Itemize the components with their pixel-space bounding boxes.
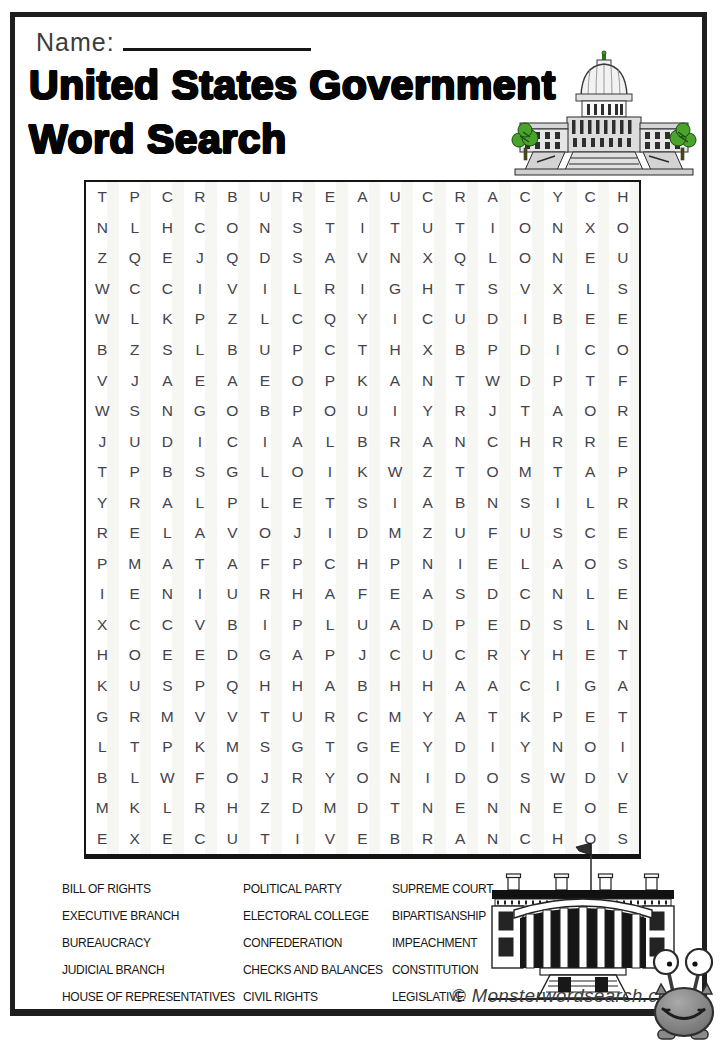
grid-cell: G (86, 701, 119, 732)
grid-cell: N (444, 426, 477, 457)
grid-cell: A (444, 701, 477, 732)
grid-cell: E (379, 579, 412, 610)
grid-cell: E (184, 640, 217, 671)
grid-cell: T (444, 365, 477, 396)
grid-cell: L (574, 487, 607, 518)
grid-cell: C (151, 274, 184, 305)
word-list-item: BILL OF RIGHTS (62, 876, 235, 903)
grid-cell: H (151, 213, 184, 244)
grid-cell: M (119, 549, 152, 580)
grid-cell: V (216, 518, 249, 549)
grid-cell: U (606, 243, 639, 274)
grid-cell: E (314, 182, 347, 213)
grid-cell: R (119, 487, 152, 518)
grid-cell: E (346, 823, 379, 854)
grid-cell: A (314, 579, 347, 610)
grid-cell: E (151, 640, 184, 671)
grid-cell: D (411, 610, 444, 641)
grid-cell: J (476, 396, 509, 427)
grid-cell: A (314, 671, 347, 702)
grid-cell: T (444, 274, 477, 305)
grid-cell: R (476, 640, 509, 671)
grid-cell: N (411, 549, 444, 580)
grid-cell: U (411, 213, 444, 244)
grid-cell: O (509, 243, 542, 274)
grid-cell: I (379, 396, 412, 427)
grid-cell: B (346, 426, 379, 457)
grid-cell: C (411, 182, 444, 213)
grid-cell: E (281, 487, 314, 518)
grid-cell: L (184, 487, 217, 518)
grid-cell: N (476, 487, 509, 518)
grid-cell: N (151, 579, 184, 610)
grid-cell: H (509, 426, 542, 457)
grid-cell: C (119, 274, 152, 305)
grid-cell: S (509, 487, 542, 518)
grid-cell: S (606, 274, 639, 305)
grid-cell: A (281, 640, 314, 671)
grid-cell: L (574, 579, 607, 610)
grid-cell: T (119, 732, 152, 763)
word-list-item: POLITICAL PARTY (243, 876, 383, 903)
grid-cell: Y (314, 762, 347, 793)
grid-cell: T (476, 701, 509, 732)
grid-cell: S (509, 762, 542, 793)
word-list-column-1: BILL OF RIGHTSEXECUTIVE BRANCHBUREAUCRAC… (62, 876, 235, 1011)
grid-cell: K (184, 732, 217, 763)
grid-cell: M (86, 793, 119, 824)
grid-cell: E (606, 426, 639, 457)
grid-cell: I (314, 457, 347, 488)
grid-cell: G (379, 274, 412, 305)
grid-cell: D (346, 518, 379, 549)
grid-cell: L (476, 243, 509, 274)
grid-cell: O (281, 457, 314, 488)
grid-cell: V (314, 823, 347, 854)
grid-cell: T (314, 487, 347, 518)
grid-cell: X (411, 243, 444, 274)
grid-cell: O (216, 762, 249, 793)
grid-cell: N (249, 213, 282, 244)
grid-cell: R (184, 793, 217, 824)
grid-cell: S (346, 487, 379, 518)
grid-cell: S (249, 732, 282, 763)
grid-cell: J (346, 640, 379, 671)
grid-cell: R (314, 274, 347, 305)
word-grid: TPCRBUREAUCRACYCHNLHCONSTITUTIONXOZQEJQD… (84, 180, 641, 859)
grid-cell: P (119, 182, 152, 213)
grid-cell: A (574, 457, 607, 488)
grid-cell: T (541, 457, 574, 488)
grid-cell: I (541, 671, 574, 702)
grid-cell: I (541, 487, 574, 518)
grid-cell: L (86, 732, 119, 763)
grid-cell: Y (411, 732, 444, 763)
grid-cell: Q (444, 243, 477, 274)
grid-cell: P (314, 365, 347, 396)
grid-cell: I (606, 732, 639, 763)
grid-cell: D (509, 610, 542, 641)
grid-cell: T (379, 213, 412, 244)
grid-cell: K (509, 701, 542, 732)
grid-cell: R (249, 579, 282, 610)
grid-cell: H (606, 182, 639, 213)
grid-cell: O (574, 396, 607, 427)
grid-cell: F (249, 549, 282, 580)
grid-cell: V (86, 365, 119, 396)
grid-cell: D (151, 426, 184, 457)
grid-cell: P (184, 304, 217, 335)
grid-cell: R (86, 518, 119, 549)
grid-cell: A (151, 487, 184, 518)
grid-cell: T (379, 793, 412, 824)
grid-cell: C (476, 426, 509, 457)
grid-cell: T (314, 732, 347, 763)
grid-cell: U (249, 182, 282, 213)
grid-cell: G (184, 396, 217, 427)
grid-cell: R (606, 396, 639, 427)
grid-cell: U (411, 640, 444, 671)
word-list-item: CHECKS AND BALANCES (243, 957, 383, 984)
grid-cell: C (411, 304, 444, 335)
grid-cell: E (606, 518, 639, 549)
grid-cell: P (216, 487, 249, 518)
grid-cell: R (606, 487, 639, 518)
grid-cell: U (346, 396, 379, 427)
grid-cell: C (184, 213, 217, 244)
grid-cell: Q (216, 243, 249, 274)
grid-cell: H (541, 640, 574, 671)
grid-cell: G (346, 732, 379, 763)
grid-cell: I (379, 304, 412, 335)
grid-cell: A (314, 243, 347, 274)
grid-cell: L (119, 213, 152, 244)
grid-cell: D (509, 365, 542, 396)
grid-cell: W (476, 365, 509, 396)
grid-cell: S (151, 671, 184, 702)
grid-cell: B (86, 762, 119, 793)
grid-cell: C (151, 182, 184, 213)
grid-cell: Y (509, 640, 542, 671)
grid-cell: I (184, 274, 217, 305)
grid-cell: L (151, 518, 184, 549)
grid-cell: B (151, 457, 184, 488)
grid-cell: A (411, 426, 444, 457)
grid-cell: K (346, 365, 379, 396)
grid-cell: V (216, 274, 249, 305)
word-list-item: JUDICIAL BRANCH (62, 957, 235, 984)
grid-cell: F (346, 579, 379, 610)
grid-cell: U (119, 426, 152, 457)
grid-cell: R (379, 426, 412, 457)
grid-cell: A (541, 396, 574, 427)
grid-cell: E (151, 243, 184, 274)
grid-cell: Z (119, 335, 152, 366)
grid-cell: Z (411, 518, 444, 549)
grid-cell: C (574, 518, 607, 549)
grid-cell: B (249, 396, 282, 427)
grid-cell: V (606, 762, 639, 793)
grid-cell: A (151, 365, 184, 396)
grid-cell: K (119, 793, 152, 824)
grid-cell: C (509, 182, 542, 213)
word-list-column-2: POLITICAL PARTYELECTORAL COLLEGECONFEDER… (243, 876, 383, 1011)
grid-cell: Z (249, 793, 282, 824)
grid-cell: N (606, 610, 639, 641)
grid-cell: V (216, 701, 249, 732)
grid-cell: U (509, 518, 542, 549)
grid-cell: I (249, 610, 282, 641)
grid-cell: L (151, 793, 184, 824)
grid-cell: T (249, 701, 282, 732)
grid-cell: I (346, 213, 379, 244)
grid-cell: V (509, 274, 542, 305)
grid-cell: R (444, 182, 477, 213)
grid-cell: H (249, 671, 282, 702)
grid-cell: P (281, 610, 314, 641)
grid-cell: F (476, 518, 509, 549)
grid-cell: O (119, 640, 152, 671)
grid-cell: N (151, 396, 184, 427)
grid-cell: C (574, 182, 607, 213)
grid-cell: L (119, 762, 152, 793)
grid-cell: I (184, 579, 217, 610)
name-row: Name: (36, 26, 311, 57)
grid-cell: I (444, 549, 477, 580)
grid-cell: P (86, 549, 119, 580)
grid-cell: I (509, 304, 542, 335)
grid-cell: C (444, 640, 477, 671)
grid-cell: O (574, 793, 607, 824)
grid-cell: W (151, 762, 184, 793)
grid-cell: I (314, 518, 347, 549)
grid-cell: J (86, 426, 119, 457)
grid-cell: L (184, 335, 217, 366)
grid-cell: B (216, 335, 249, 366)
grid-cell: J (184, 243, 217, 274)
grid-cell: I (541, 335, 574, 366)
grid-cell: O (216, 213, 249, 244)
grid-cell: K (86, 671, 119, 702)
grid-cell: C (509, 579, 542, 610)
grid-cell: T (574, 365, 607, 396)
grid-cell: T (86, 457, 119, 488)
grid-cell: Y (86, 487, 119, 518)
word-list-item: BIPARTISANSHIP (392, 903, 493, 930)
grid-cell: B (444, 487, 477, 518)
grid-cell: E (86, 823, 119, 854)
grid-cell: S (184, 457, 217, 488)
grid-cell: N (379, 762, 412, 793)
word-list-item: CONFEDERATION (243, 930, 383, 957)
grid-cell: E (444, 793, 477, 824)
grid-cell: A (606, 671, 639, 702)
grid-cell: P (151, 732, 184, 763)
grid-cell: L (249, 457, 282, 488)
grid-cell: I (249, 426, 282, 457)
grid-cell: N (541, 243, 574, 274)
grid-cell: P (541, 365, 574, 396)
grid-cell: B (541, 304, 574, 335)
grid-cell: E (184, 365, 217, 396)
grid-cell: O (314, 396, 347, 427)
grid-cell: E (574, 640, 607, 671)
grid-cell: B (346, 671, 379, 702)
grid-cell: Q (216, 671, 249, 702)
grid-cell: C (281, 304, 314, 335)
grid-cell: Z (411, 457, 444, 488)
grid-cell: L (249, 304, 282, 335)
grid-cell: Q (119, 243, 152, 274)
grid-cell: U (444, 518, 477, 549)
grid-cell: T (86, 182, 119, 213)
grid-cell: U (346, 610, 379, 641)
word-list-item: CONSTITUTION (392, 957, 493, 984)
grid-cell: U (216, 823, 249, 854)
grid-cell: E (249, 365, 282, 396)
grid-cell: I (281, 823, 314, 854)
grid-cell: P (119, 457, 152, 488)
grid-cell: P (444, 610, 477, 641)
word-list-item: BUREAUCRACY (62, 930, 235, 957)
grid-cell: G (281, 732, 314, 763)
grid-cell: T (314, 213, 347, 244)
grid-cell: V (184, 701, 217, 732)
grid-cell: H (411, 274, 444, 305)
grid-cell: I (476, 732, 509, 763)
grid-cell: A (216, 549, 249, 580)
grid-cell: E (379, 732, 412, 763)
monster-mascot-icon (648, 948, 720, 1040)
grid-cell: O (346, 762, 379, 793)
grid-cell: O (476, 457, 509, 488)
grid-cell: U (281, 701, 314, 732)
grid-cell: K (151, 304, 184, 335)
grid-cell: H (281, 579, 314, 610)
grid-cell: U (249, 335, 282, 366)
grid-cell: A (411, 579, 444, 610)
grid-cell: Y (411, 701, 444, 732)
grid-cell: E (574, 701, 607, 732)
grid-cell: I (379, 487, 412, 518)
grid-cell: C (184, 823, 217, 854)
grid-cell: A (541, 549, 574, 580)
flag-icon (576, 843, 591, 855)
grid-cell: S (606, 549, 639, 580)
grid-cell: X (574, 213, 607, 244)
grid-cell: A (281, 426, 314, 457)
grid-cell: H (379, 671, 412, 702)
grid-cell: L (249, 487, 282, 518)
grid-cell: A (476, 182, 509, 213)
page-title-line1: United States Government (29, 58, 556, 112)
grid-cell: D (216, 640, 249, 671)
grid-cell: S (281, 213, 314, 244)
grid-cell: T (444, 213, 477, 244)
grid-cell: L (574, 610, 607, 641)
grid-cell: J (249, 762, 282, 793)
grid-cell: I (249, 274, 282, 305)
grid-cell: E (476, 610, 509, 641)
grid-cell: N (379, 243, 412, 274)
grid-cell: O (249, 518, 282, 549)
grid-cell: R (184, 182, 217, 213)
grid-cell: P (541, 701, 574, 732)
grid-cell: M (216, 732, 249, 763)
grid-cell: C (314, 549, 347, 580)
word-list-item: CIVIL RIGHTS (243, 984, 383, 1011)
grid-cell: X (411, 335, 444, 366)
grid-cell: W (86, 274, 119, 305)
grid-cell: E (574, 243, 607, 274)
grid-cell: I (476, 213, 509, 244)
grid-cell: X (86, 610, 119, 641)
grid-cell: W (86, 304, 119, 335)
grid-cell: P (379, 549, 412, 580)
grid-cell: C (574, 335, 607, 366)
grid-cell: R (281, 182, 314, 213)
grid-cell: T (606, 701, 639, 732)
name-blank-line (123, 26, 311, 51)
grid-cell: E (119, 518, 152, 549)
grid-cell: L (281, 274, 314, 305)
grid-cell: B (216, 182, 249, 213)
grid-cell: S (476, 274, 509, 305)
grid-cell: P (281, 549, 314, 580)
grid-cell: Z (86, 243, 119, 274)
grid-cell: A (411, 487, 444, 518)
grid-cell: C (509, 671, 542, 702)
grid-cell: D (346, 793, 379, 824)
grid-cell: A (444, 671, 477, 702)
word-list-item: SUPREME COURT (392, 876, 493, 903)
grid-cell: O (574, 549, 607, 580)
grid-cell: O (606, 335, 639, 366)
grid-cell: E (606, 304, 639, 335)
grid-cell: E (606, 579, 639, 610)
grid-cell: T (249, 823, 282, 854)
grid-cell: A (216, 365, 249, 396)
grid-cell: N (541, 213, 574, 244)
grid-cell: X (541, 274, 574, 305)
grid-cell: O (476, 762, 509, 793)
grid-cell: E (541, 793, 574, 824)
grid-cell: C (216, 426, 249, 457)
grid-cell: A (151, 549, 184, 580)
grid-cell: W (379, 457, 412, 488)
grid-cell: M (151, 701, 184, 732)
grid-cell: U (216, 579, 249, 610)
grid-cell: S (541, 518, 574, 549)
grid-cell: S (281, 243, 314, 274)
grid-cell: B (216, 610, 249, 641)
grid-cell: H (379, 335, 412, 366)
grid-cell: M (509, 457, 542, 488)
grid-cell: E (476, 549, 509, 580)
grid-cell: U (379, 182, 412, 213)
grid-cell: G (249, 640, 282, 671)
grid-cell: T (184, 549, 217, 580)
grid-cell: D (281, 793, 314, 824)
grid-cell: P (281, 396, 314, 427)
grid-cell: F (184, 762, 217, 793)
grid-cell: O (216, 396, 249, 427)
grid-cell: O (606, 213, 639, 244)
word-list-item: EXECUTIVE BRANCH (62, 903, 235, 930)
grid-cell: E (606, 793, 639, 824)
grid-cell: S (119, 396, 152, 427)
grid-cell: W (86, 396, 119, 427)
